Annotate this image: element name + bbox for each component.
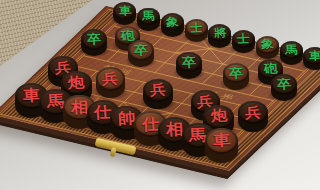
piece-green-chariot[interactable]: 車 — [300, 45, 320, 76]
piece-green-soldier[interactable]: 卒 — [220, 61, 252, 96]
piece-character: 兵 — [102, 72, 119, 87]
piece-top-face: 卒 — [81, 29, 107, 50]
piece-character: 卒 — [181, 55, 196, 68]
piece-top-face: 象 — [256, 36, 279, 54]
pieces-layer: 車馬象士將士象馬車砲砲卒卒卒卒卒兵兵兵兵兵炮炮車馬相仕帥仕相馬車 — [0, 0, 320, 190]
piece-character: 馬 — [284, 44, 297, 56]
piece-top-face: 兵 — [143, 79, 173, 102]
piece-character: 卒 — [276, 78, 291, 91]
piece-character: 兵 — [245, 105, 262, 120]
piece-character: 象 — [261, 39, 274, 51]
piece-top-face: 兵 — [238, 101, 268, 124]
piece-character: 馬 — [142, 11, 155, 23]
photo-scene: 楚河 漢界 車馬象士將士象馬車砲砲卒卒卒卒卒兵兵兵兵兵炮炮車馬相仕帥仕相馬車 — [0, 0, 320, 190]
piece-character: 車 — [308, 50, 320, 62]
piece-green-soldier[interactable]: 卒 — [173, 50, 205, 85]
piece-character: 車 — [118, 5, 131, 17]
piece-top-face: 士 — [185, 19, 208, 37]
piece-top-face: 士 — [232, 30, 255, 48]
piece-character: 士 — [189, 22, 202, 34]
piece-green-soldier[interactable]: 卒 — [268, 72, 300, 107]
piece-top-face: 卒 — [271, 74, 297, 95]
piece-top-face: 車 — [113, 2, 136, 20]
piece-character: 將 — [213, 28, 226, 40]
piece-green-soldier[interactable]: 卒 — [125, 38, 157, 73]
piece-red-chariot[interactable]: 車 — [202, 126, 241, 168]
piece-character: 兵 — [150, 83, 167, 98]
piece-top-face: 卒 — [128, 40, 154, 61]
piece-character: 卒 — [86, 33, 101, 46]
piece-top-face: 卒 — [176, 52, 202, 73]
piece-green-soldier[interactable]: 卒 — [78, 27, 110, 62]
piece-top-face: 兵 — [96, 67, 126, 90]
piece-character: 卒 — [229, 66, 244, 79]
piece-top-face: 象 — [161, 13, 184, 31]
piece-character: 象 — [166, 16, 179, 28]
piece-character: 卒 — [134, 44, 149, 57]
piece-character: 車 — [213, 133, 231, 149]
piece-character: 士 — [237, 33, 250, 45]
piece-top-face: 車 — [303, 47, 320, 65]
